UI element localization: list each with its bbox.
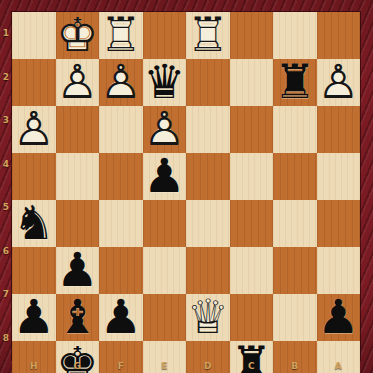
square-d7[interactable]: ♛♕ [186,294,230,341]
square-a1[interactable] [317,12,361,59]
square-h3[interactable]: ♟♙ [12,106,56,153]
square-c6[interactable] [230,247,274,294]
white-pawn-icon: ♟♙ [99,59,143,106]
white-pawn-icon: ♟♙ [56,59,100,106]
square-h5[interactable]: ♞ [12,200,56,247]
white-piece-outline: ♙ [100,58,142,105]
black-pawn-icon: ♟ [56,247,100,294]
rank-label-2: 2 [0,56,12,100]
square-e5[interactable] [143,200,187,247]
square-d3[interactable] [186,106,230,153]
rank-label-3: 3 [0,99,12,143]
black-piece-glyph: ♟ [317,293,359,340]
square-b5[interactable] [273,200,317,247]
white-pawn-icon: ♟♙ [317,59,361,106]
white-piece-outline: ♙ [317,58,359,105]
white-rook-icon: ♜♖ [99,12,143,59]
white-piece-outline: ♖ [187,11,229,58]
square-c3[interactable] [230,106,274,153]
black-bishop-icon: ♝ [56,294,100,341]
square-f7[interactable]: ♟ [99,294,143,341]
square-b3[interactable] [273,106,317,153]
white-piece-outline: ♖ [100,11,142,58]
square-e2[interactable]: ♛ [143,59,187,106]
file-label-h: H [12,360,56,373]
square-g6[interactable]: ♟ [56,247,100,294]
square-h1[interactable] [12,12,56,59]
square-a3[interactable] [317,106,361,153]
square-b4[interactable] [273,153,317,200]
rank-label-8: 8 [0,317,12,361]
rank-label-4: 4 [0,143,12,187]
square-c7[interactable] [230,294,274,341]
file-label-g: G [56,360,100,373]
file-label-c: C [230,360,274,373]
black-pawn-icon: ♟ [143,153,187,200]
square-a6[interactable] [317,247,361,294]
square-c1[interactable] [230,12,274,59]
square-d2[interactable] [186,59,230,106]
square-c2[interactable] [230,59,274,106]
board-frame: ♚♔♜♖♜♖♟♙♟♙♛♜♟♙♟♙♟♙♟♞♟♟♝♟♛♕♟♚♜ 12345678 H… [0,0,373,373]
square-h6[interactable] [12,247,56,294]
rank-label-5: 5 [0,186,12,230]
square-g3[interactable] [56,106,100,153]
square-b2[interactable]: ♜ [273,59,317,106]
black-pawn-icon: ♟ [12,294,56,341]
white-piece-outline: ♕ [187,293,229,340]
white-piece-outline: ♙ [56,58,98,105]
black-piece-glyph: ♝ [56,293,98,340]
square-a7[interactable]: ♟ [317,294,361,341]
black-piece-glyph: ♜ [274,58,316,105]
rank-label-6: 6 [0,230,12,274]
file-label-f: F [99,360,143,373]
white-king-icon: ♚♔ [56,12,100,59]
black-piece-glyph: ♛ [143,58,185,105]
black-rook-icon: ♜ [273,59,317,106]
square-e7[interactable] [143,294,187,341]
square-b7[interactable] [273,294,317,341]
black-knight-icon: ♞ [12,200,56,247]
file-label-d: D [186,360,230,373]
black-pawn-icon: ♟ [99,294,143,341]
square-g4[interactable] [56,153,100,200]
square-f4[interactable] [99,153,143,200]
square-h4[interactable] [12,153,56,200]
square-g2[interactable]: ♟♙ [56,59,100,106]
white-piece-outline: ♙ [13,105,55,152]
black-piece-glyph: ♟ [143,152,185,199]
square-a4[interactable] [317,153,361,200]
square-e4[interactable]: ♟ [143,153,187,200]
black-piece-glyph: ♟ [56,246,98,293]
white-rook-icon: ♜♖ [186,12,230,59]
square-g1[interactable]: ♚♔ [56,12,100,59]
square-f3[interactable] [99,106,143,153]
square-h2[interactable] [12,59,56,106]
square-h7[interactable]: ♟ [12,294,56,341]
black-piece-glyph: ♟ [13,293,55,340]
board: ♚♔♜♖♜♖♟♙♟♙♛♜♟♙♟♙♟♙♟♞♟♟♝♟♛♕♟♚♜ [12,12,360,360]
square-b6[interactable] [273,247,317,294]
black-pawn-icon: ♟ [317,294,361,341]
white-piece-outline: ♙ [143,105,185,152]
white-queen-icon: ♛♕ [186,294,230,341]
square-c5[interactable] [230,200,274,247]
square-e6[interactable] [143,247,187,294]
square-g7[interactable]: ♝ [56,294,100,341]
file-label-a: A [317,360,361,373]
black-piece-glyph: ♟ [100,293,142,340]
black-queen-icon: ♛ [143,59,187,106]
square-e3[interactable]: ♟♙ [143,106,187,153]
black-piece-glyph: ♞ [13,199,55,246]
file-label-e: E [143,360,187,373]
square-g5[interactable] [56,200,100,247]
file-label-b: B [273,360,317,373]
white-pawn-icon: ♟♙ [12,106,56,153]
square-f2[interactable]: ♟♙ [99,59,143,106]
white-piece-outline: ♔ [56,11,98,58]
rank-label-7: 7 [0,273,12,317]
square-a5[interactable] [317,200,361,247]
square-b1[interactable] [273,12,317,59]
square-c4[interactable] [230,153,274,200]
square-f6[interactable] [99,247,143,294]
square-d5[interactable] [186,200,230,247]
square-d4[interactable] [186,153,230,200]
square-d1[interactable]: ♜♖ [186,12,230,59]
square-f1[interactable]: ♜♖ [99,12,143,59]
square-e1[interactable] [143,12,187,59]
square-a2[interactable]: ♟♙ [317,59,361,106]
rank-label-1: 1 [0,12,12,56]
square-d6[interactable] [186,247,230,294]
square-f5[interactable] [99,200,143,247]
white-pawn-icon: ♟♙ [143,106,187,153]
